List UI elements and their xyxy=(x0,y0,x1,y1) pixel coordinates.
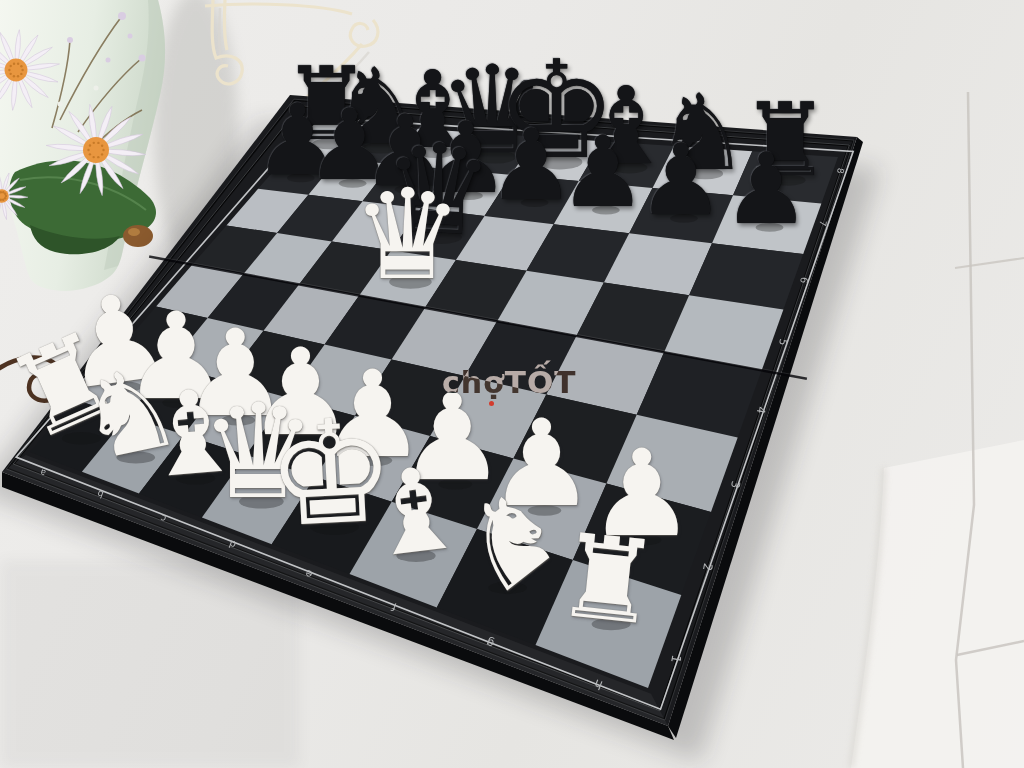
watermark: chợTỐT xyxy=(442,364,576,400)
watermark-part1: chợ xyxy=(442,365,505,400)
watermark-red-dot xyxy=(489,401,494,406)
watermark-part2: TỐT xyxy=(505,364,577,400)
